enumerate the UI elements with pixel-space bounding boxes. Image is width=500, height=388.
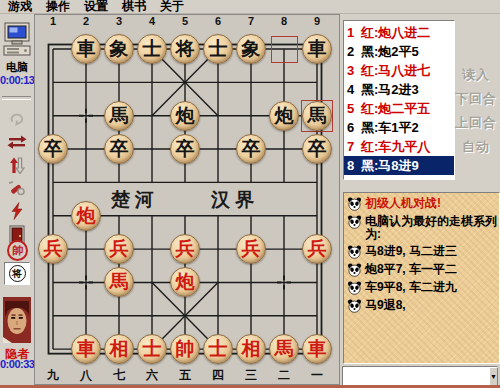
move-list-item[interactable]: 8黑:马8进9 <box>344 156 454 175</box>
engine-message-text: 车9平8, 车二进九 <box>365 281 457 294</box>
move-list-item[interactable]: 3红:马八进七 <box>344 61 454 80</box>
engine-message-line: 马8进9, 马二进三 <box>347 245 497 259</box>
move-number: 1 <box>347 23 357 42</box>
col-label-top: 2 <box>78 15 94 27</box>
panda-icon <box>347 245 362 259</box>
computer-label: 电脑 <box>0 60 34 75</box>
piece-black-象[interactable]: 象 <box>236 34 266 64</box>
col-label-bottom: 八 <box>77 367 95 384</box>
piece-black-士[interactable]: 士 <box>203 34 233 64</box>
menu-item[interactable]: 设置 <box>84 0 108 13</box>
move-list-item[interactable]: 6黑:车1平2 <box>344 118 454 137</box>
engine-message-line: 电脑认为最好的走棋系列为: <box>347 215 497 241</box>
move-number: 4 <box>347 80 357 99</box>
piece-red-兵[interactable]: 兵 <box>38 234 68 264</box>
piece-red-車[interactable]: 車 <box>302 334 332 364</box>
last-move-from-marker <box>271 36 298 63</box>
move-text: 黑:马8进9 <box>361 158 419 173</box>
piece-black-炮[interactable]: 炮 <box>170 101 200 131</box>
piece-black-炮[interactable]: 炮 <box>269 101 299 131</box>
col-label-top: 4 <box>144 15 160 27</box>
col-label-bottom: 六 <box>143 367 161 384</box>
board-grid <box>35 15 339 384</box>
engine-message-line: 马9退8, <box>347 299 497 313</box>
piece-black-馬[interactable]: 馬 <box>104 101 134 131</box>
player-avatar <box>3 297 31 343</box>
piece-red-馬[interactable]: 馬 <box>269 334 299 364</box>
col-label-top: 7 <box>243 15 259 27</box>
menu-item[interactable]: 游戏 <box>8 0 32 13</box>
engine-message-text: 马8进9, 马二进三 <box>365 245 457 258</box>
replay-controls: 读入下回合上回合自动 <box>452 66 500 156</box>
move-text: 红:炮二平五 <box>361 101 430 116</box>
col-label-bottom: 三 <box>242 367 260 384</box>
whistle-icon[interactable] <box>7 179 27 197</box>
move-text: 红:炮八进二 <box>361 25 430 40</box>
piece-red-炮[interactable]: 炮 <box>71 201 101 231</box>
col-label-top: 8 <box>276 15 292 27</box>
piece-red-相[interactable]: 相 <box>104 334 134 364</box>
menu-item[interactable]: 棋书 <box>122 0 146 13</box>
piece-red-兵[interactable]: 兵 <box>104 234 134 264</box>
computer-icon <box>3 22 31 58</box>
engine-message-text: 马9退8, <box>365 299 406 312</box>
move-number: 3 <box>347 61 357 80</box>
lightning-bolt-icon[interactable] <box>7 202 27 220</box>
move-text: 黑:马2进3 <box>361 82 419 97</box>
col-label-top: 1 <box>45 15 61 27</box>
move-text: 红:马八进七 <box>361 63 430 78</box>
panda-icon <box>347 263 362 277</box>
piece-red-士[interactable]: 士 <box>137 334 167 364</box>
red-general-button[interactable]: 帥 <box>7 240 28 261</box>
board-panel: 123456789 九八七六五四三二一 楚河 汉界 車象士将士象車馬炮炮馬卒卒卒… <box>34 14 340 385</box>
sidebar-divider <box>2 96 31 100</box>
replay-button[interactable]: 自动 <box>462 138 490 156</box>
piece-red-兵[interactable]: 兵 <box>236 234 266 264</box>
cycle-icon[interactable] <box>7 110 27 128</box>
move-list-item[interactable]: 5红:炮二平五 <box>344 99 454 118</box>
replay-button[interactable]: 下回合 <box>455 90 497 108</box>
move-number: 6 <box>347 118 357 137</box>
piece-black-将[interactable]: 将 <box>170 34 200 64</box>
piece-red-兵[interactable]: 兵 <box>170 234 200 264</box>
piece-black-卒[interactable]: 卒 <box>38 134 68 164</box>
move-number: 5 <box>347 99 357 118</box>
left-sidebar: 电脑 0:00:13 <box>0 14 34 385</box>
move-list-item[interactable]: 7红:车九平八 <box>344 137 454 156</box>
replay-button[interactable]: 读入 <box>462 66 490 84</box>
menu-item[interactable]: 关于 <box>160 0 184 13</box>
piece-red-士[interactable]: 士 <box>203 334 233 364</box>
piece-black-車[interactable]: 車 <box>71 34 101 64</box>
move-list-item[interactable]: 2黑:炮2平5 <box>344 42 454 61</box>
engine-message-line: 初级人机对战! <box>347 197 497 211</box>
col-label-bottom: 九 <box>44 367 62 384</box>
col-label-top: 5 <box>177 15 193 27</box>
piece-red-兵[interactable]: 兵 <box>302 234 332 264</box>
piece-red-車[interactable]: 車 <box>71 334 101 364</box>
col-label-bottom: 五 <box>176 367 194 384</box>
engine-message-box: 初级人机对战!电脑认为最好的走棋系列为:马8进9, 马二进三炮8平7, 车一平二… <box>343 192 500 364</box>
up-down-arrows-icon[interactable] <box>7 156 27 174</box>
piece-black-士[interactable]: 士 <box>137 34 167 64</box>
col-label-bottom: 一 <box>308 367 326 384</box>
sidebar-toolbar <box>0 110 34 243</box>
river-right-text: 汉界 <box>211 187 259 213</box>
piece-red-帥[interactable]: 帥 <box>170 334 200 364</box>
move-number: 8 <box>347 156 357 175</box>
black-general-glyph: 将 <box>9 265 26 282</box>
swap-arrows-icon[interactable] <box>7 133 27 151</box>
river-left-text: 楚河 <box>111 187 159 213</box>
engine-message-line: 炮8平7, 车一平二 <box>347 263 497 277</box>
chat-combobox: ▼ <box>342 366 498 387</box>
piece-black-馬[interactable]: 馬 <box>302 101 332 131</box>
black-general-button[interactable]: 将 <box>4 262 30 285</box>
move-list[interactable]: 1红:炮八进二2黑:炮2平53红:马八进七4黑:马2进35红:炮二平五6黑:车1… <box>343 20 455 180</box>
move-text: 红:车九平八 <box>361 139 430 154</box>
piece-black-卒[interactable]: 卒 <box>170 134 200 164</box>
menu-item[interactable]: 操作 <box>46 0 70 13</box>
panda-icon <box>347 281 362 295</box>
piece-red-相[interactable]: 相 <box>236 334 266 364</box>
player-timer: 0:00:33 <box>0 358 34 370</box>
col-label-top: 9 <box>309 15 325 27</box>
piece-black-車[interactable]: 車 <box>302 34 332 64</box>
piece-black-卒[interactable]: 卒 <box>104 134 134 164</box>
move-list-item[interactable]: 1红:炮八进二 <box>344 23 454 42</box>
move-number: 7 <box>347 137 357 156</box>
xiangqi-board[interactable]: 123456789 九八七六五四三二一 楚河 汉界 車象士将士象車馬炮炮馬卒卒卒… <box>35 15 339 384</box>
chat-input[interactable] <box>343 367 489 386</box>
menu-bar: 游戏操作设置棋书关于 <box>0 0 500 14</box>
col-label-top: 3 <box>111 15 127 27</box>
replay-button[interactable]: 上回合 <box>455 114 497 132</box>
move-list-item[interactable]: 4黑:马2进3 <box>344 80 454 99</box>
col-label-top: 6 <box>210 15 226 27</box>
move-text: 黑:炮2平5 <box>361 44 419 59</box>
panda-icon <box>347 215 362 229</box>
engine-message-line: 车9平8, 车二进九 <box>347 281 497 295</box>
move-text: 黑:车1平2 <box>361 120 419 135</box>
piece-black-卒[interactable]: 卒 <box>236 134 266 164</box>
piece-black-卒[interactable]: 卒 <box>302 134 332 164</box>
piece-black-象[interactable]: 象 <box>104 34 134 64</box>
engine-message-text: 电脑认为最好的走棋系列为: <box>365 215 497 241</box>
col-label-bottom: 二 <box>275 367 293 384</box>
col-label-bottom: 七 <box>110 367 128 384</box>
move-number: 2 <box>347 42 357 61</box>
computer-timer: 0:00:13 <box>0 74 34 86</box>
engine-message-text: 炮8平7, 车一平二 <box>365 263 457 276</box>
panda-icon <box>347 197 362 211</box>
right-panel: 1红:炮八进二2黑:炮2平53红:马八进七4黑:马2进35红:炮二平五6黑:车1… <box>340 14 500 385</box>
panda-icon <box>347 299 362 313</box>
chevron-down-icon[interactable]: ▼ <box>489 367 498 386</box>
engine-message-text: 初级人机对战! <box>365 197 441 210</box>
col-label-bottom: 四 <box>209 367 227 384</box>
